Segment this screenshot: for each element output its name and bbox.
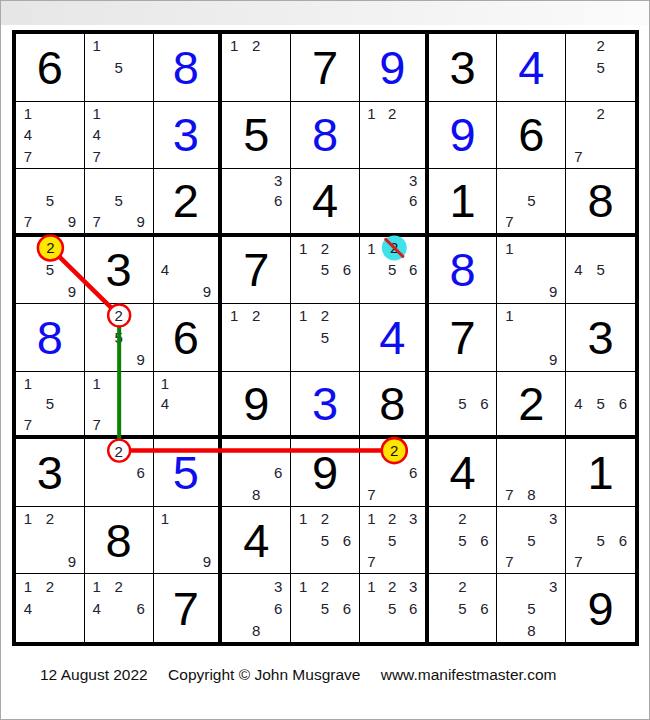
cell-r5c2[interactable]: 259: [85, 304, 154, 372]
empty-slot: [542, 170, 564, 191]
empty-slot: [86, 327, 108, 349]
candidates: 68: [223, 440, 289, 505]
cell-r7c8[interactable]: 78: [497, 439, 566, 507]
empty-slot: [498, 529, 520, 551]
cell-r9c9[interactable]: 9: [566, 574, 635, 642]
empty-slot: [86, 462, 108, 484]
empty-slot: [589, 551, 611, 573]
empty-slot: [498, 619, 520, 641]
candidate-2: 2: [589, 35, 611, 57]
empty-slot: [542, 259, 564, 281]
empty-slot: [336, 281, 358, 303]
candidate-1: 1: [86, 373, 108, 394]
cell-r3c3[interactable]: 2: [154, 169, 223, 237]
empty-slot: [108, 462, 130, 484]
candidate-7: 7: [361, 551, 382, 573]
empty-slot: [314, 348, 336, 370]
candidates: 12: [223, 35, 289, 100]
solved-digit: 8: [429, 237, 497, 304]
empty-slot: [86, 191, 108, 212]
empty-slot: [267, 619, 289, 641]
cell-r4c8[interactable]: 19: [497, 237, 566, 305]
given-digit: 1: [566, 439, 635, 506]
candidate-4: 4: [17, 597, 39, 619]
candidate-5: 5: [382, 529, 403, 551]
candidates: 1256: [292, 508, 358, 573]
empty-slot: [542, 305, 564, 327]
empty-slot: [130, 57, 152, 79]
cell-r2c3[interactable]: 3: [154, 102, 223, 170]
empty-slot: [196, 259, 217, 281]
candidates: 1246: [86, 575, 152, 641]
empty-slot: [612, 373, 634, 394]
candidate-2: 2: [245, 35, 267, 57]
empty-slot: [361, 440, 382, 462]
candidates: 1256: [361, 238, 424, 303]
solved-digit: 5: [154, 439, 219, 506]
empty-slot: [314, 281, 336, 303]
candidate-1: 1: [17, 575, 39, 597]
empty-slot: [403, 124, 424, 146]
cell-r5c9[interactable]: 3: [566, 304, 635, 372]
cell-r4c2[interactable]: 3: [85, 237, 154, 305]
candidates: 15: [86, 35, 152, 100]
empty-slot: [245, 440, 267, 462]
empty-slot: [61, 170, 83, 191]
candidate-2: 2: [589, 103, 611, 125]
empty-slot: [223, 170, 245, 191]
empty-slot: [336, 327, 358, 349]
empty-slot: [17, 619, 39, 641]
solved-digit: 9: [360, 34, 425, 101]
empty-slot: [498, 508, 520, 530]
empty-slot: [382, 211, 403, 232]
candidate-1: 1: [155, 508, 176, 530]
empty-slot: [130, 35, 152, 57]
cell-r5c1[interactable]: 8: [16, 304, 85, 372]
cell-r9c8[interactable]: 358: [497, 574, 566, 642]
empty-slot: [474, 551, 496, 573]
empty-slot: [452, 414, 474, 435]
candidate-5: 5: [589, 529, 611, 551]
cell-r9c2[interactable]: 1246: [85, 574, 154, 642]
cell-r6c9[interactable]: 456: [566, 372, 635, 440]
empty-slot: [108, 211, 130, 232]
cell-r8c4[interactable]: 4: [222, 507, 291, 575]
empty-slot: [567, 35, 589, 57]
cell-r1c2[interactable]: 15: [85, 34, 154, 102]
candidate-6: 6: [130, 462, 152, 484]
cell-r6c1[interactable]: 157: [16, 372, 85, 440]
candidate-6: 6: [130, 597, 152, 619]
candidate-1: 1: [223, 35, 245, 57]
empty-slot: [589, 281, 611, 303]
cell-r2c2[interactable]: 147: [85, 102, 154, 170]
given-digit: 4: [291, 169, 359, 233]
cell-r2c8[interactable]: 6: [497, 102, 566, 170]
empty-slot: [223, 57, 245, 79]
cell-r2c5[interactable]: 8: [291, 102, 360, 170]
given-digit: 8: [85, 507, 153, 574]
empty-slot: [314, 551, 336, 573]
cell-r7c1[interactable]: 3: [16, 439, 85, 507]
empty-slot: [245, 57, 267, 79]
cell-r4c7[interactable]: 8: [429, 237, 498, 305]
candidate-6: 6: [336, 259, 358, 281]
empty-slot: [61, 508, 83, 530]
candidate-7: 7: [17, 211, 39, 232]
empty-slot: [130, 393, 152, 414]
cell-r9c6[interactable]: 12356: [360, 574, 429, 642]
empty-slot: [498, 191, 520, 212]
empty-slot: [223, 440, 245, 462]
empty-slot: [292, 597, 314, 619]
empty-slot: [314, 619, 336, 641]
empty-slot: [336, 575, 358, 597]
empty-slot: [17, 393, 39, 414]
candidate-7: 7: [498, 211, 520, 232]
candidates: 368: [223, 575, 289, 641]
cell-r9c3[interactable]: 7: [154, 574, 223, 642]
empty-slot: [542, 191, 564, 212]
cell-r3c8[interactable]: 57: [497, 169, 566, 237]
candidate-1: 1: [292, 305, 314, 327]
cell-r1c3[interactable]: 8: [154, 34, 223, 102]
empty-slot: [520, 462, 542, 484]
given-digit: 3: [429, 34, 497, 101]
candidate-9: 9: [61, 551, 83, 573]
empty-slot: [108, 35, 130, 57]
empty-slot: [61, 393, 83, 414]
candidates: 56: [430, 373, 496, 435]
candidate-7: 7: [86, 146, 108, 168]
candidate-7: 7: [86, 211, 108, 232]
footer-site: www.manifestmaster.com: [381, 666, 557, 683]
empty-slot: [361, 146, 382, 168]
empty-slot: [520, 170, 542, 191]
cell-r3c9[interactable]: 8: [566, 169, 635, 237]
empty-slot: [361, 529, 382, 551]
cell-r5c8[interactable]: 19: [497, 304, 566, 372]
candidate-7: 7: [498, 551, 520, 573]
candidate-7: 7: [86, 414, 108, 435]
empty-slot: [382, 551, 403, 573]
empty-slot: [17, 281, 39, 303]
candidates: 157: [17, 373, 83, 435]
cell-r2c7[interactable]: 9: [429, 102, 498, 170]
empty-slot: [130, 483, 152, 505]
candidate-6: 6: [336, 529, 358, 551]
empty-slot: [520, 440, 542, 462]
empty-slot: [292, 327, 314, 349]
window-top-bar: [1, 1, 649, 25]
empty-slot: [61, 238, 83, 260]
cell-r7c4[interactable]: 68: [222, 439, 291, 507]
candidates: 78: [498, 440, 564, 505]
cell-r3c5[interactable]: 4: [291, 169, 360, 237]
empty-slot: [267, 78, 289, 100]
empty-slot: [86, 483, 108, 505]
empty-slot: [474, 373, 496, 394]
empty-slot: [130, 575, 152, 597]
cell-r6c8[interactable]: 2: [497, 372, 566, 440]
candidate-1: 1: [361, 238, 382, 260]
empty-slot: [542, 551, 564, 573]
candidate-7: 7: [567, 551, 589, 573]
cell-r9c1[interactable]: 124: [16, 574, 85, 642]
empty-slot: [245, 170, 267, 191]
cell-r8c6[interactable]: 12357: [360, 507, 429, 575]
empty-slot: [336, 305, 358, 327]
cell-r8c7[interactable]: 256: [429, 507, 498, 575]
candidate-2: 2: [452, 508, 474, 530]
cell-r1c8[interactable]: 4: [497, 34, 566, 102]
solved-digit: 3: [291, 372, 359, 436]
cell-r7c7[interactable]: 4: [429, 439, 498, 507]
cell-r6c2[interactable]: 17: [85, 372, 154, 440]
cell-r8c8[interactable]: 357: [497, 507, 566, 575]
cell-r5c3[interactable]: 6: [154, 304, 223, 372]
empty-slot: [474, 414, 496, 435]
candidate-4: 4: [86, 597, 108, 619]
candidates: 49: [155, 238, 218, 303]
empty-slot: [39, 619, 61, 641]
candidates: 45: [567, 238, 634, 303]
empty-slot: [130, 124, 152, 146]
empty-slot: [361, 211, 382, 232]
cell-r8c9[interactable]: 567: [566, 507, 635, 575]
candidates: 567: [567, 508, 634, 573]
empty-slot: [361, 170, 382, 191]
empty-slot: [196, 238, 217, 260]
cell-r2c1[interactable]: 147: [16, 102, 85, 170]
cell-r9c4[interactable]: 368: [222, 574, 291, 642]
empty-slot: [520, 281, 542, 303]
candidate-5: 5: [39, 191, 61, 212]
candidate-6: 6: [474, 529, 496, 551]
empty-slot: [86, 348, 108, 370]
empty-slot: [589, 414, 611, 435]
cell-r4c6[interactable]: 1256: [360, 237, 429, 305]
empty-slot: [86, 440, 108, 462]
cell-r1c1[interactable]: 6: [16, 34, 85, 102]
cell-r4c4[interactable]: 7: [222, 237, 291, 305]
cell-r3c6[interactable]: 36: [360, 169, 429, 237]
empty-slot: [86, 393, 108, 414]
cell-r7c2[interactable]: 26: [85, 439, 154, 507]
cell-r7c6[interactable]: 267: [360, 439, 429, 507]
empty-slot: [430, 373, 452, 394]
candidate-1: 1: [498, 238, 520, 260]
candidate-1: 1: [223, 305, 245, 327]
candidate-6: 6: [267, 191, 289, 212]
cell-r8c1[interactable]: 129: [16, 507, 85, 575]
cell-r7c5[interactable]: 9: [291, 439, 360, 507]
empty-slot: [430, 529, 452, 551]
cell-r6c4[interactable]: 9: [222, 372, 291, 440]
empty-slot: [403, 529, 424, 551]
cell-r2c4[interactable]: 5: [222, 102, 291, 170]
empty-slot: [267, 327, 289, 349]
empty-slot: [175, 508, 196, 530]
candidate-2: 2: [382, 103, 403, 125]
solved-digit: 4: [497, 34, 565, 101]
empty-slot: [175, 393, 196, 414]
empty-slot: [39, 146, 61, 168]
candidate-2: 2: [39, 508, 61, 530]
cell-r3c1[interactable]: 579: [16, 169, 85, 237]
cell-r3c4[interactable]: 36: [222, 169, 291, 237]
empty-slot: [61, 191, 83, 212]
empty-slot: [267, 57, 289, 79]
empty-slot: [175, 281, 196, 303]
candidate-1: 1: [17, 373, 39, 394]
empty-slot: [520, 551, 542, 573]
candidate-4: 4: [155, 259, 176, 281]
candidates: 36: [223, 170, 289, 232]
empty-slot: [336, 551, 358, 573]
candidate-5: 5: [314, 597, 336, 619]
empty-slot: [39, 597, 61, 619]
solved-digit: 8: [16, 304, 84, 371]
cell-r4c3[interactable]: 49: [154, 237, 223, 305]
cell-r4c5[interactable]: 1256: [291, 237, 360, 305]
cell-r5c6[interactable]: 4: [360, 304, 429, 372]
candidate-2: 2: [245, 305, 267, 327]
empty-slot: [61, 259, 83, 281]
empty-slot: [361, 281, 382, 303]
empty-slot: [108, 103, 130, 125]
empty-slot: [403, 238, 424, 260]
empty-slot: [612, 259, 634, 281]
empty-slot: [130, 619, 152, 641]
empty-slot: [17, 191, 39, 212]
empty-slot: [589, 508, 611, 530]
cell-r7c3[interactable]: 5: [154, 439, 223, 507]
cell-r3c7[interactable]: 1: [429, 169, 498, 237]
empty-slot: [589, 238, 611, 260]
empty-slot: [245, 597, 267, 619]
empty-slot: [130, 78, 152, 100]
empty-slot: [175, 373, 196, 394]
empty-slot: [612, 78, 634, 100]
given-digit: 2: [154, 169, 219, 233]
cell-r7c9[interactable]: 1: [566, 439, 635, 507]
cell-r8c3[interactable]: 19: [154, 507, 223, 575]
candidate-5: 5: [520, 597, 542, 619]
cell-r6c5[interactable]: 3: [291, 372, 360, 440]
cell-r2c9[interactable]: 27: [566, 102, 635, 170]
empty-slot: [520, 508, 542, 530]
empty-slot: [498, 597, 520, 619]
empty-slot: [382, 462, 403, 484]
empty-slot: [196, 508, 217, 530]
empty-slot: [108, 373, 130, 394]
sudoku-board: 6158127934251471473581296275795792364361…: [12, 30, 639, 646]
empty-slot: [267, 305, 289, 327]
candidate-6: 6: [267, 462, 289, 484]
candidate-5: 5: [108, 191, 130, 212]
empty-slot: [196, 393, 217, 414]
footer-copyright: Copyright © John Musgrave: [168, 666, 360, 683]
empty-slot: [430, 551, 452, 573]
empty-slot: [567, 281, 589, 303]
cell-r9c7[interactable]: 256: [429, 574, 498, 642]
empty-slot: [108, 414, 130, 435]
empty-slot: [403, 281, 424, 303]
empty-slot: [155, 551, 176, 573]
empty-slot: [589, 373, 611, 394]
cell-r6c6[interactable]: 8: [360, 372, 429, 440]
cell-r1c4[interactable]: 12: [222, 34, 291, 102]
cell-r1c7[interactable]: 3: [429, 34, 498, 102]
given-digit: 8: [566, 169, 635, 233]
cell-r5c5[interactable]: 125: [291, 304, 360, 372]
candidates: 19: [498, 305, 564, 370]
empty-slot: [175, 259, 196, 281]
cell-r6c7[interactable]: 56: [429, 372, 498, 440]
cell-r8c5[interactable]: 1256: [291, 507, 360, 575]
cell-r5c7[interactable]: 7: [429, 304, 498, 372]
empty-slot: [223, 348, 245, 370]
cell-r1c5[interactable]: 7: [291, 34, 360, 102]
cell-r3c2[interactable]: 579: [85, 169, 154, 237]
candidates: 357: [498, 508, 564, 573]
candidate-6: 6: [474, 393, 496, 414]
cell-r1c9[interactable]: 25: [566, 34, 635, 102]
cell-r1c6[interactable]: 9: [360, 34, 429, 102]
empty-slot: [612, 146, 634, 168]
candidates: 124: [17, 575, 83, 641]
cell-r8c2[interactable]: 8: [85, 507, 154, 575]
candidates: 27: [567, 103, 634, 168]
empty-slot: [108, 78, 130, 100]
candidate-4: 4: [567, 393, 589, 414]
cell-r5c4[interactable]: 12: [222, 304, 291, 372]
empty-slot: [108, 483, 130, 505]
candidate-3: 3: [267, 575, 289, 597]
empty-slot: [589, 146, 611, 168]
candidate-9: 9: [61, 211, 83, 232]
empty-slot: [567, 529, 589, 551]
empty-slot: [108, 597, 130, 619]
empty-slot: [542, 440, 564, 462]
cell-r2c6[interactable]: 12: [360, 102, 429, 170]
cell-r6c3[interactable]: 14: [154, 372, 223, 440]
empty-slot: [520, 305, 542, 327]
cell-r9c5[interactable]: 1256: [291, 574, 360, 642]
candidate-5: 5: [39, 393, 61, 414]
footer-date: 12 August 2022: [40, 666, 148, 683]
candidate-7: 7: [17, 146, 39, 168]
candidates: 259: [86, 305, 152, 370]
cell-r4c1[interactable]: 259: [16, 237, 85, 305]
empty-slot: [61, 414, 83, 435]
empty-slot: [86, 170, 108, 191]
candidate-8: 8: [245, 483, 267, 505]
empty-slot: [403, 483, 424, 505]
candidate-2: 2: [314, 305, 336, 327]
candidates: 579: [17, 170, 83, 232]
cell-r4c9[interactable]: 45: [566, 237, 635, 305]
empty-slot: [61, 124, 83, 146]
empty-slot: [17, 551, 39, 573]
candidates: 456: [567, 373, 634, 435]
empty-slot: [430, 414, 452, 435]
empty-slot: [520, 238, 542, 260]
candidate-1: 1: [361, 508, 382, 530]
candidate-1: 1: [86, 35, 108, 57]
